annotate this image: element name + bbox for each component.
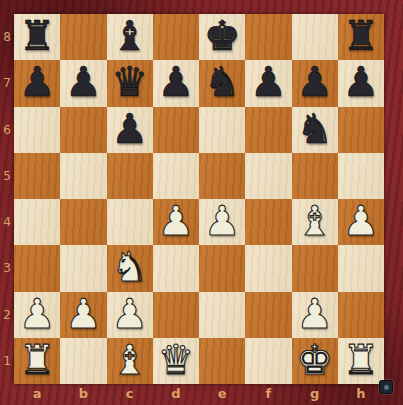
file-label-c: c xyxy=(107,384,153,405)
rank-labels: 87654321 xyxy=(0,14,14,384)
square-a2[interactable]: ♟ xyxy=(14,292,60,338)
square-e5[interactable] xyxy=(199,153,245,199)
square-e3[interactable] xyxy=(199,245,245,291)
piece-black-rook[interactable]: ♜ xyxy=(342,14,379,59)
piece-black-pawn[interactable]: ♟ xyxy=(19,60,56,105)
piece-white-pawn[interactable]: ♟ xyxy=(157,199,194,244)
rank-label-7: 7 xyxy=(0,60,14,106)
square-d6[interactable] xyxy=(153,107,199,153)
file-label-g: g xyxy=(292,384,338,405)
piece-black-pawn[interactable]: ♟ xyxy=(342,60,379,105)
piece-white-bishop[interactable]: ♝ xyxy=(296,199,333,244)
piece-white-knight[interactable]: ♞ xyxy=(111,245,148,290)
square-h6[interactable] xyxy=(338,107,384,153)
rank-label-5: 5 xyxy=(0,153,14,199)
piece-white-rook[interactable]: ♜ xyxy=(342,338,379,383)
file-labels: abcdefgh xyxy=(14,384,384,405)
piece-black-queen[interactable]: ♛ xyxy=(111,60,148,105)
square-a8[interactable]: ♜ xyxy=(14,14,60,60)
square-b7[interactable]: ♟ xyxy=(60,60,106,106)
piece-black-pawn[interactable]: ♟ xyxy=(250,60,287,105)
square-c5[interactable] xyxy=(107,153,153,199)
chess-board-frame: ♜♝♚♜♟♟♛♟♞♟♟♟♟♞♟♟♝♟♞♟♟♟♟♜♝♛♚♜ 87654321 ab… xyxy=(0,0,403,405)
square-c4[interactable] xyxy=(107,199,153,245)
square-a1[interactable]: ♜ xyxy=(14,338,60,384)
piece-black-rook[interactable]: ♜ xyxy=(19,14,56,59)
piece-white-pawn[interactable]: ♟ xyxy=(204,199,241,244)
square-a7[interactable]: ♟ xyxy=(14,60,60,106)
square-c6[interactable]: ♟ xyxy=(107,107,153,153)
square-f6[interactable] xyxy=(245,107,291,153)
square-d1[interactable]: ♛ xyxy=(153,338,199,384)
square-c7[interactable]: ♛ xyxy=(107,60,153,106)
square-b6[interactable] xyxy=(60,107,106,153)
piece-white-queen[interactable]: ♛ xyxy=(157,338,194,383)
corner-handle-dot xyxy=(384,385,389,390)
square-h7[interactable]: ♟ xyxy=(338,60,384,106)
square-b2[interactable]: ♟ xyxy=(60,292,106,338)
square-g8[interactable] xyxy=(292,14,338,60)
piece-black-pawn[interactable]: ♟ xyxy=(296,60,333,105)
square-f2[interactable] xyxy=(245,292,291,338)
square-f4[interactable] xyxy=(245,199,291,245)
square-e2[interactable] xyxy=(199,292,245,338)
square-g5[interactable] xyxy=(292,153,338,199)
square-f5[interactable] xyxy=(245,153,291,199)
square-e4[interactable]: ♟ xyxy=(199,199,245,245)
square-f3[interactable] xyxy=(245,245,291,291)
piece-white-pawn[interactable]: ♟ xyxy=(65,292,102,337)
square-g6[interactable]: ♞ xyxy=(292,107,338,153)
square-a3[interactable] xyxy=(14,245,60,291)
square-c1[interactable]: ♝ xyxy=(107,338,153,384)
square-e7[interactable]: ♞ xyxy=(199,60,245,106)
square-b8[interactable] xyxy=(60,14,106,60)
piece-white-pawn[interactable]: ♟ xyxy=(111,292,148,337)
chess-board: ♜♝♚♜♟♟♛♟♞♟♟♟♟♞♟♟♝♟♞♟♟♟♟♜♝♛♚♜ xyxy=(14,14,384,384)
square-c8[interactable]: ♝ xyxy=(107,14,153,60)
square-a4[interactable] xyxy=(14,199,60,245)
square-h2[interactable] xyxy=(338,292,384,338)
square-d4[interactable]: ♟ xyxy=(153,199,199,245)
piece-black-king[interactable]: ♚ xyxy=(204,14,241,59)
piece-white-pawn[interactable]: ♟ xyxy=(19,292,56,337)
square-h4[interactable]: ♟ xyxy=(338,199,384,245)
rank-label-8: 8 xyxy=(0,14,14,60)
square-a5[interactable] xyxy=(14,153,60,199)
square-c2[interactable]: ♟ xyxy=(107,292,153,338)
rank-label-6: 6 xyxy=(0,107,14,153)
file-label-f: f xyxy=(245,384,291,405)
square-d8[interactable] xyxy=(153,14,199,60)
square-d2[interactable] xyxy=(153,292,199,338)
square-f1[interactable] xyxy=(245,338,291,384)
file-label-h: h xyxy=(338,384,384,405)
square-b4[interactable] xyxy=(60,199,106,245)
square-g3[interactable] xyxy=(292,245,338,291)
square-f7[interactable]: ♟ xyxy=(245,60,291,106)
rank-label-2: 2 xyxy=(0,292,14,338)
piece-black-pawn[interactable]: ♟ xyxy=(157,60,194,105)
piece-white-pawn[interactable]: ♟ xyxy=(296,292,333,337)
piece-black-bishop[interactable]: ♝ xyxy=(111,14,148,59)
square-g1[interactable]: ♚ xyxy=(292,338,338,384)
square-b5[interactable] xyxy=(60,153,106,199)
piece-black-knight[interactable]: ♞ xyxy=(204,60,241,105)
rank-label-3: 3 xyxy=(0,245,14,291)
square-h1[interactable]: ♜ xyxy=(338,338,384,384)
corner-handle-icon[interactable] xyxy=(379,380,393,394)
rank-label-1: 1 xyxy=(0,338,14,384)
piece-black-knight[interactable]: ♞ xyxy=(296,107,333,152)
square-d5[interactable] xyxy=(153,153,199,199)
square-f8[interactable] xyxy=(245,14,291,60)
file-label-a: a xyxy=(14,384,60,405)
square-h5[interactable] xyxy=(338,153,384,199)
square-a6[interactable] xyxy=(14,107,60,153)
square-e1[interactable] xyxy=(199,338,245,384)
file-label-d: d xyxy=(153,384,199,405)
square-b3[interactable] xyxy=(60,245,106,291)
rank-label-4: 4 xyxy=(0,199,14,245)
square-g4[interactable]: ♝ xyxy=(292,199,338,245)
square-h8[interactable]: ♜ xyxy=(338,14,384,60)
square-g7[interactable]: ♟ xyxy=(292,60,338,106)
square-d3[interactable] xyxy=(153,245,199,291)
piece-white-pawn[interactable]: ♟ xyxy=(342,199,379,244)
piece-white-king[interactable]: ♚ xyxy=(296,338,333,383)
square-g2[interactable]: ♟ xyxy=(292,292,338,338)
square-b1[interactable] xyxy=(60,338,106,384)
square-h3[interactable] xyxy=(338,245,384,291)
piece-black-pawn[interactable]: ♟ xyxy=(65,60,102,105)
square-e8[interactable]: ♚ xyxy=(199,14,245,60)
piece-black-pawn[interactable]: ♟ xyxy=(111,107,148,152)
square-c3[interactable]: ♞ xyxy=(107,245,153,291)
square-e6[interactable] xyxy=(199,107,245,153)
square-d7[interactable]: ♟ xyxy=(153,60,199,106)
piece-white-rook[interactable]: ♜ xyxy=(19,338,56,383)
file-label-b: b xyxy=(60,384,106,405)
file-label-e: e xyxy=(199,384,245,405)
piece-white-bishop[interactable]: ♝ xyxy=(111,338,148,383)
